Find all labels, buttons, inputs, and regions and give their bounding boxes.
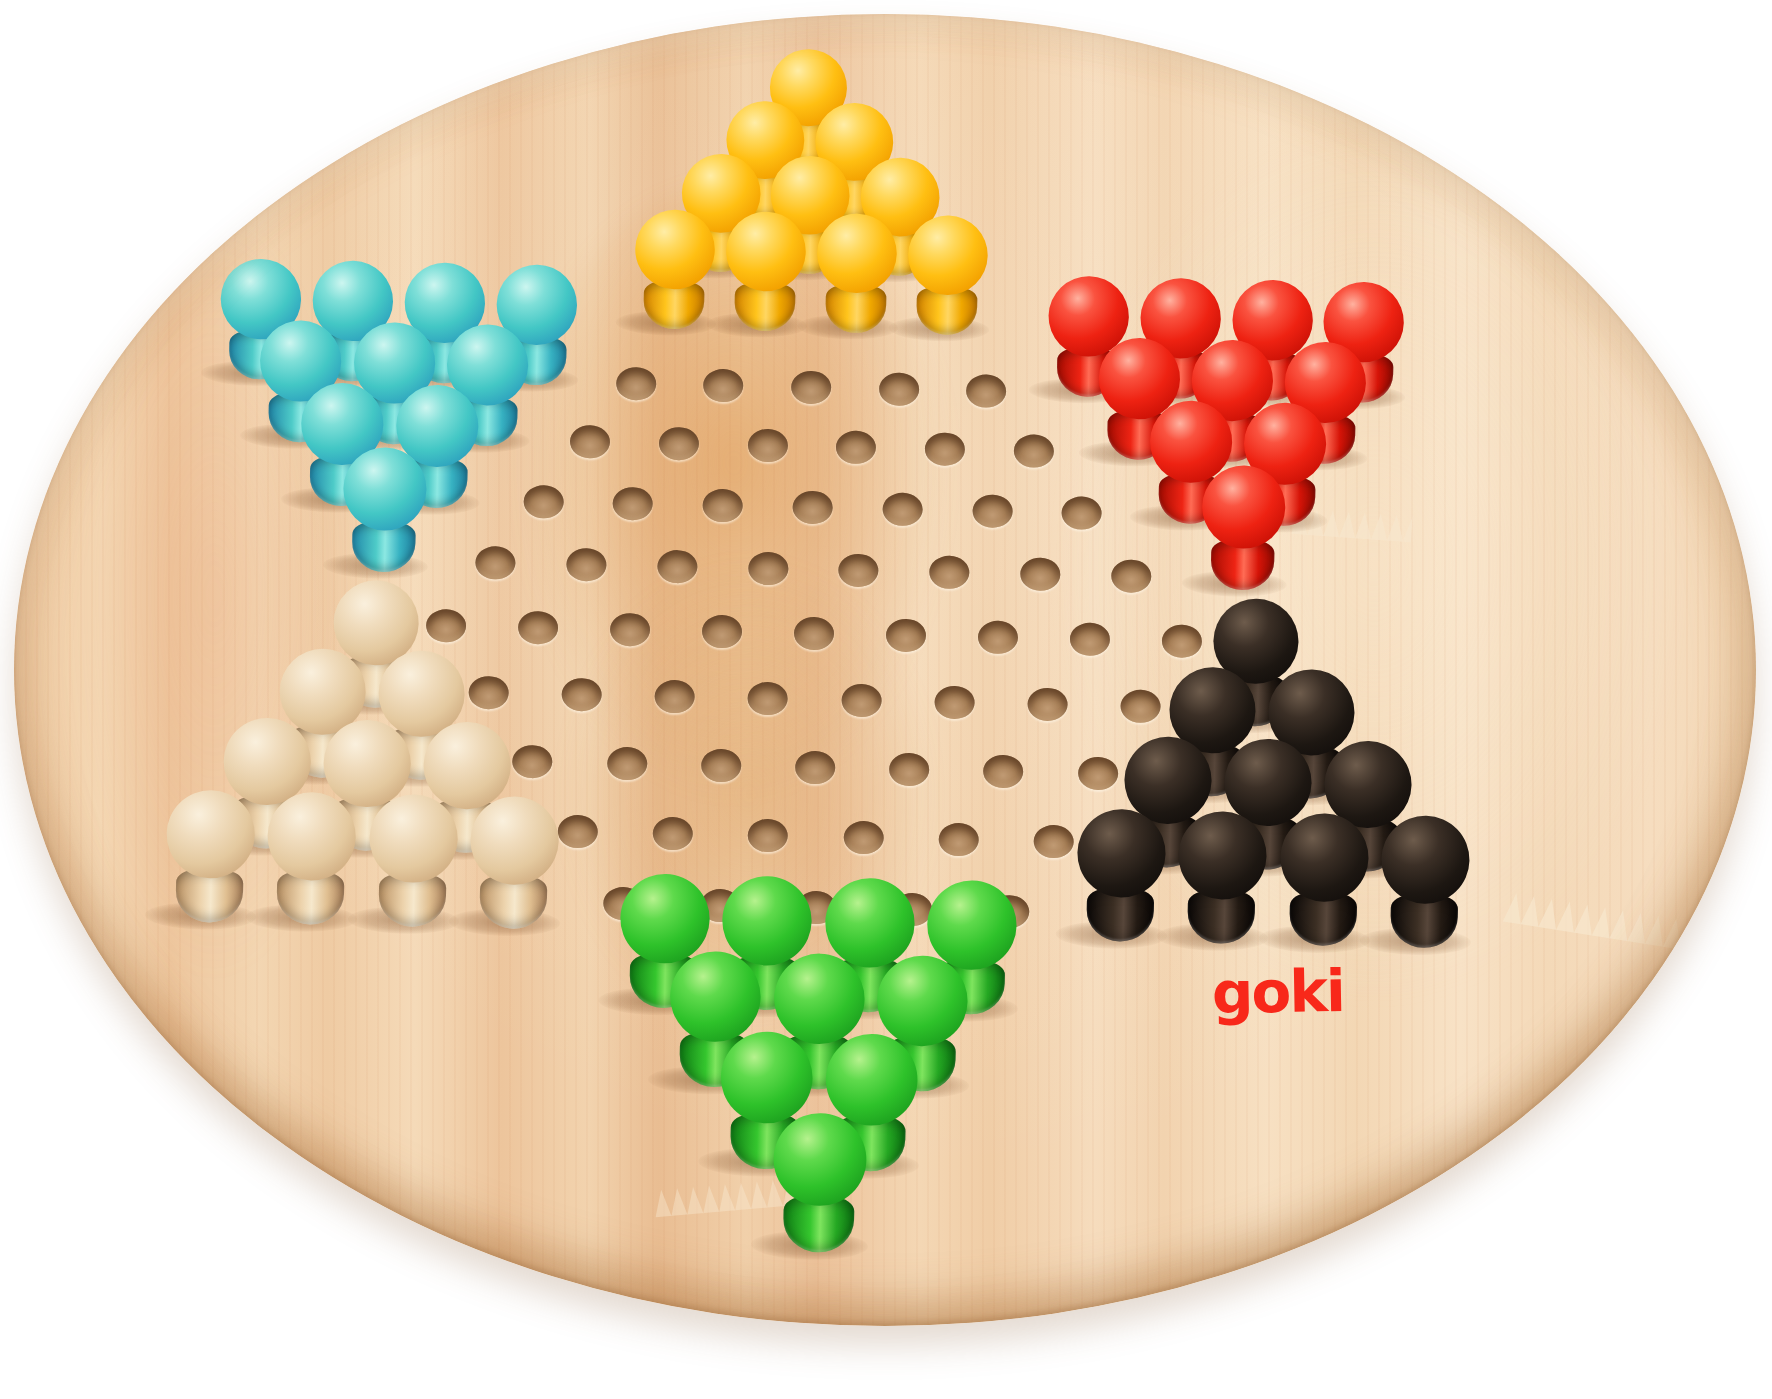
board-hole[interactable] <box>934 685 975 719</box>
peg-ball <box>907 215 988 296</box>
board-hole[interactable] <box>512 744 553 778</box>
board-hole[interactable] <box>966 375 1007 409</box>
peg-black[interactable] <box>1176 810 1269 944</box>
board-hole[interactable] <box>748 819 789 853</box>
board-hole[interactable] <box>795 750 836 784</box>
hole-grid <box>14 14 1756 1326</box>
board-hole[interactable] <box>1020 557 1061 591</box>
board-hole[interactable] <box>652 817 693 851</box>
peg-ball <box>726 211 807 292</box>
peg-ball <box>772 1112 867 1207</box>
peg-ball <box>720 1030 813 1123</box>
peg-ball <box>816 213 897 294</box>
board-hole[interactable] <box>469 676 510 710</box>
peg-ball <box>343 447 428 532</box>
board-hole[interactable] <box>983 754 1024 788</box>
board-hole[interactable] <box>607 746 648 780</box>
peg-ball <box>1202 465 1287 550</box>
board-hole[interactable] <box>655 680 696 714</box>
peg-black[interactable] <box>1378 814 1471 948</box>
board-hole[interactable] <box>1120 689 1161 723</box>
board-hole[interactable] <box>938 823 979 857</box>
board-hole[interactable] <box>925 432 966 466</box>
peg-turquoise[interactable] <box>341 447 429 573</box>
peg-ball <box>825 1033 918 1126</box>
board-hole[interactable] <box>703 488 744 522</box>
peg-ball <box>469 795 559 885</box>
board-hole[interactable] <box>557 815 598 849</box>
board-hole[interactable] <box>1013 434 1054 468</box>
peg-ball <box>368 793 458 883</box>
chinese-checkers-board: goki <box>14 14 1756 1326</box>
board-hole[interactable] <box>659 427 700 461</box>
board-hole[interactable] <box>929 555 970 589</box>
board-hole[interactable] <box>566 548 607 582</box>
peg-natural[interactable] <box>467 795 560 929</box>
board-hole[interactable] <box>1077 756 1118 790</box>
board-hole[interactable] <box>748 682 789 716</box>
board-hole[interactable] <box>616 367 657 401</box>
peg-ball <box>1178 810 1268 900</box>
peg-ball <box>1279 812 1369 902</box>
board-hole[interactable] <box>702 615 743 649</box>
peg-ball <box>669 951 761 1043</box>
board-hole[interactable] <box>1034 825 1075 859</box>
peg-red[interactable] <box>1200 465 1288 591</box>
board-hole[interactable] <box>791 371 832 405</box>
board-hole[interactable] <box>889 752 930 786</box>
board-hole[interactable] <box>794 617 835 651</box>
peg-ball <box>166 789 256 879</box>
board-hole[interactable] <box>978 620 1019 654</box>
board-hole[interactable] <box>836 431 877 465</box>
board-hole[interactable] <box>610 613 651 647</box>
board-hole[interactable] <box>657 550 698 584</box>
board-hole[interactable] <box>886 619 927 653</box>
peg-black[interactable] <box>1277 812 1370 946</box>
board-hole[interactable] <box>792 490 833 524</box>
board-hole[interactable] <box>878 373 919 407</box>
peg-yellow[interactable] <box>633 209 717 330</box>
peg-yellow[interactable] <box>724 211 808 332</box>
brand-logo: goki <box>1211 957 1344 1027</box>
board-hole[interactable] <box>475 546 516 580</box>
board-hole[interactable] <box>1062 496 1103 530</box>
peg-black[interactable] <box>1075 808 1168 942</box>
board-hole[interactable] <box>747 429 788 463</box>
board-hole[interactable] <box>1070 622 1111 656</box>
peg-natural[interactable] <box>366 793 459 927</box>
peg-yellow[interactable] <box>815 213 899 334</box>
board-hole[interactable] <box>972 494 1013 528</box>
board-hole[interactable] <box>843 821 884 855</box>
board-hole[interactable] <box>701 748 742 782</box>
board-hole[interactable] <box>841 683 882 717</box>
board-hole[interactable] <box>426 609 467 643</box>
peg-ball <box>1380 814 1470 904</box>
board-hole[interactable] <box>1162 624 1203 658</box>
board-hole[interactable] <box>518 611 559 645</box>
peg-natural[interactable] <box>164 789 257 923</box>
board-hole[interactable] <box>1111 559 1152 593</box>
board-hole[interactable] <box>748 551 789 585</box>
board-hole[interactable] <box>838 553 879 587</box>
photo-stage: goki <box>0 0 1772 1399</box>
board-hole[interactable] <box>1027 687 1068 721</box>
peg-ball <box>635 209 716 290</box>
board-hole[interactable] <box>523 484 564 518</box>
board-hole[interactable] <box>703 369 744 403</box>
board-hole[interactable] <box>562 678 603 712</box>
peg-ball <box>267 791 357 881</box>
peg-ball <box>1077 808 1167 898</box>
peg-natural[interactable] <box>265 791 358 925</box>
board-hole[interactable] <box>570 425 611 459</box>
board-hole[interactable] <box>613 486 654 520</box>
board-hole[interactable] <box>882 492 923 526</box>
peg-yellow[interactable] <box>905 215 989 336</box>
peg-green[interactable] <box>770 1112 868 1253</box>
